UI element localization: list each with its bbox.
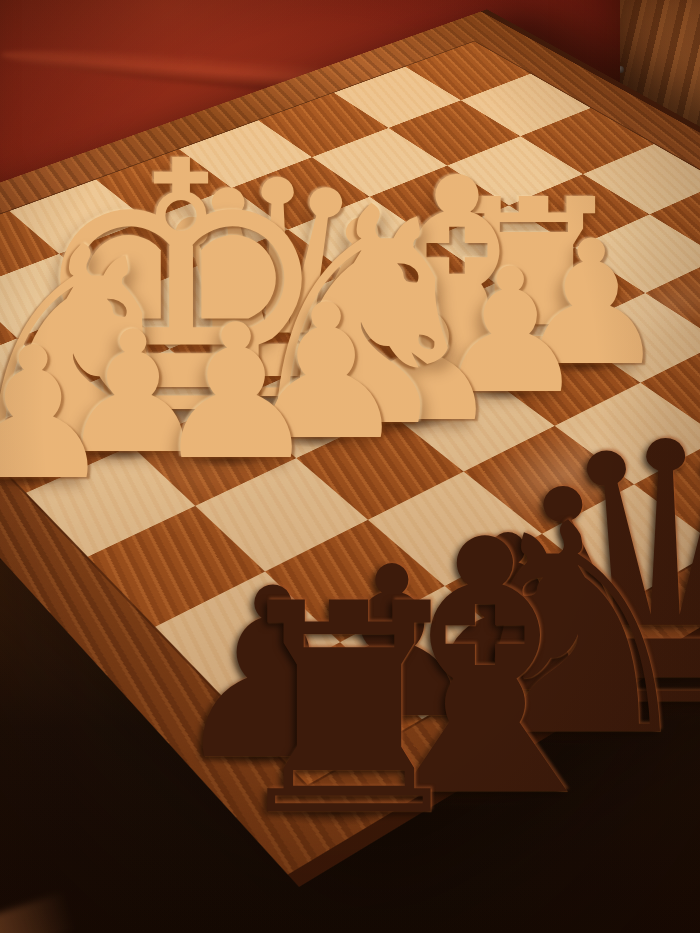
black-rook-a8[interactable]: ♜ xyxy=(219,566,479,856)
pieces-layer: ♟♞♟♚♟♛♟♞♟♝♟♜♟♟♜♟♟♝♞♛ xyxy=(0,0,700,933)
white-pawn-c2[interactable]: ♟ xyxy=(153,300,320,486)
photo-of-chess-set: ♟♞♟♚♟♛♟♞♟♝♟♜♟♟♜♟♟♝♞♛ xyxy=(0,0,700,933)
white-pawn-a2[interactable]: ♟ xyxy=(0,323,115,505)
